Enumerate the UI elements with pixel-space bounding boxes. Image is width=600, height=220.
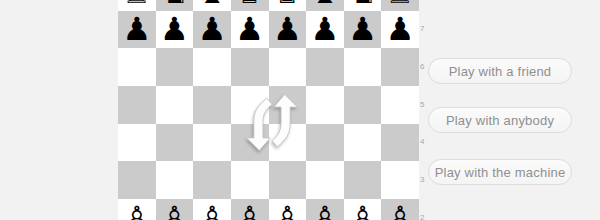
square-e2: ♙ [269, 199, 307, 220]
play-with-machine-button[interactable]: Play with the machine [428, 159, 572, 185]
square-b4 [156, 124, 194, 162]
white-pawn: ♙ [386, 202, 415, 220]
rank-label-6: 6 [420, 62, 424, 72]
white-pawn: ♙ [348, 202, 377, 220]
black-rook: ♜ [122, 0, 151, 8]
square-c5 [193, 86, 231, 124]
square-c3 [193, 161, 231, 199]
white-pawn: ♙ [122, 202, 151, 220]
square-g4 [344, 124, 382, 162]
rank-label-3: 3 [420, 175, 424, 185]
square-c6 [193, 48, 231, 86]
white-pawn: ♙ [273, 202, 302, 220]
square-b7: ♟ [156, 11, 194, 49]
square-c2: ♙ [193, 199, 231, 220]
white-pawn: ♙ [198, 202, 227, 220]
black-pawn: ♟ [386, 13, 415, 45]
black-pawn: ♟ [198, 13, 227, 45]
up-arrow [272, 94, 297, 147]
square-c7: ♟ [193, 11, 231, 49]
square-g7: ♟ [344, 11, 382, 49]
black-pawn: ♟ [311, 13, 340, 45]
black-queen: ♛ [235, 0, 264, 8]
rank-label-4: 4 [420, 137, 424, 147]
square-g3 [344, 161, 382, 199]
square-d8: ♛ [231, 0, 269, 11]
square-f2: ♙ [306, 199, 344, 220]
white-pawn: ♙ [160, 202, 189, 220]
page: ♜♞♝♛♚♝♞♜♟♟♟♟♟♟♟♟♙♙♙♙♙♙♙♙♖♘♗♕♔♗♘♖ 765432 … [0, 0, 600, 220]
square-d3 [231, 161, 269, 199]
square-f3 [306, 161, 344, 199]
square-a3 [118, 161, 156, 199]
square-h5 [381, 86, 419, 124]
play-with-friend-button[interactable]: Play with a friend [428, 58, 572, 84]
square-f5 [306, 86, 344, 124]
rank-coordinates: 765432 [420, 0, 430, 220]
black-king: ♚ [273, 0, 302, 8]
square-b2: ♙ [156, 199, 194, 220]
white-pawn: ♙ [235, 202, 264, 220]
square-c4 [193, 124, 231, 162]
square-h8: ♜ [381, 0, 419, 11]
square-d6 [231, 48, 269, 86]
rank-label-2: 2 [420, 213, 424, 220]
square-e3 [269, 161, 307, 199]
square-h7: ♟ [381, 11, 419, 49]
square-b3 [156, 161, 194, 199]
square-a4 [118, 124, 156, 162]
square-e6 [269, 48, 307, 86]
black-pawn: ♟ [348, 13, 377, 45]
square-e7: ♟ [269, 11, 307, 49]
square-d2: ♙ [231, 199, 269, 220]
swap-sides-icon [243, 91, 301, 154]
black-pawn: ♟ [122, 13, 151, 45]
square-h4 [381, 124, 419, 162]
white-pawn: ♙ [311, 202, 340, 220]
black-pawn: ♟ [273, 13, 302, 45]
square-h2: ♙ [381, 199, 419, 220]
square-h6 [381, 48, 419, 86]
black-knight: ♞ [160, 0, 189, 8]
square-h3 [381, 161, 419, 199]
black-bishop: ♝ [311, 0, 340, 8]
square-a7: ♟ [118, 11, 156, 49]
rank-label-7: 7 [420, 24, 424, 34]
square-g5 [344, 86, 382, 124]
black-knight: ♞ [348, 0, 377, 8]
black-bishop: ♝ [198, 0, 227, 8]
square-f6 [306, 48, 344, 86]
square-b8: ♞ [156, 0, 194, 11]
square-g8: ♞ [344, 0, 382, 11]
square-e8: ♚ [269, 0, 307, 11]
square-f8: ♝ [306, 0, 344, 11]
square-a2: ♙ [118, 199, 156, 220]
square-d7: ♟ [231, 11, 269, 49]
square-b5 [156, 86, 194, 124]
square-a5 [118, 86, 156, 124]
black-rook: ♜ [386, 0, 415, 8]
square-b6 [156, 48, 194, 86]
rank-label-5: 5 [420, 100, 424, 110]
square-a8: ♜ [118, 0, 156, 11]
black-pawn: ♟ [160, 13, 189, 45]
square-a6 [118, 48, 156, 86]
square-f7: ♟ [306, 11, 344, 49]
down-arrow [247, 98, 272, 151]
square-c8: ♝ [193, 0, 231, 11]
play-with-anybody-button[interactable]: Play with anybody [428, 107, 572, 133]
square-g6 [344, 48, 382, 86]
black-pawn: ♟ [235, 13, 264, 45]
square-g2: ♙ [344, 199, 382, 220]
square-f4 [306, 124, 344, 162]
